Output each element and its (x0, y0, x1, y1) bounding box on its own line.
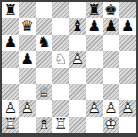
white-rook-piece: ♜♖ (54, 117, 67, 132)
black-pawn-piece: ♟ (121, 19, 134, 34)
black-rook-piece: ♜ (87, 3, 100, 18)
square-g2[interactable]: ♟♙ (103, 100, 120, 116)
square-e5[interactable]: ♟♙ (69, 51, 86, 67)
square-c1[interactable]: ♝♗ (36, 117, 53, 133)
square-e1[interactable] (69, 117, 86, 133)
white-pawn-piece: ♟♙ (71, 52, 84, 67)
black-king-piece: ♚ (104, 3, 117, 18)
white-king-piece: ♚♔ (104, 117, 117, 132)
square-b2[interactable]: ♟♙ (19, 100, 36, 116)
square-f7[interactable]: ♟ (86, 18, 103, 34)
square-e6[interactable] (69, 35, 86, 51)
square-c3[interactable]: ♛♕ (36, 84, 53, 100)
white-pawn-piece: ♟♙ (121, 101, 134, 116)
square-b6[interactable] (19, 35, 36, 51)
square-b5[interactable]: ♟ (19, 51, 36, 67)
square-b7[interactable]: ♛ (19, 18, 36, 34)
square-a7[interactable] (2, 18, 19, 34)
white-pawn-piece: ♟♙ (104, 101, 117, 116)
square-d3[interactable] (52, 84, 69, 100)
chess-board: ♜♜♚♛♝♟♟♟♟♞♟♞♘♟♙♛♕♟♙♟♙♟♙♟♙♟♙♜♖♝♗♜♖♚♔ (2, 2, 136, 133)
square-g8[interactable]: ♚ (103, 2, 120, 18)
black-queen-piece: ♛ (20, 19, 33, 34)
square-g1[interactable]: ♚♔ (103, 117, 120, 133)
square-b1[interactable] (19, 117, 36, 133)
square-b3[interactable] (19, 84, 36, 100)
square-h8[interactable] (119, 2, 136, 18)
black-pawn-piece: ♟ (87, 19, 100, 34)
square-a5[interactable] (2, 51, 19, 67)
square-d5[interactable]: ♞♘ (52, 51, 69, 67)
white-pawn-piece: ♟♙ (20, 101, 33, 116)
square-e7[interactable]: ♝ (69, 18, 86, 34)
square-d1[interactable]: ♜♖ (52, 117, 69, 133)
square-f1[interactable] (86, 117, 103, 133)
square-d7[interactable] (52, 18, 69, 34)
white-knight-piece: ♞♘ (54, 52, 67, 67)
white-pawn-piece: ♟♙ (87, 101, 100, 116)
black-pawn-piece: ♟ (4, 35, 17, 50)
square-g6[interactable] (103, 35, 120, 51)
square-g5[interactable] (103, 51, 120, 67)
white-rook-piece: ♜♖ (4, 117, 17, 132)
square-e4[interactable] (69, 68, 86, 84)
square-f5[interactable] (86, 51, 103, 67)
square-g3[interactable] (103, 84, 120, 100)
square-a2[interactable]: ♟♙ (2, 100, 19, 116)
white-bishop-piece: ♝♗ (37, 117, 50, 132)
square-d8[interactable] (52, 2, 69, 18)
square-e3[interactable] (69, 84, 86, 100)
square-f2[interactable]: ♟♙ (86, 100, 103, 116)
square-h2[interactable]: ♟♙ (119, 100, 136, 116)
square-f4[interactable] (86, 68, 103, 84)
square-b4[interactable] (19, 68, 36, 84)
square-a1[interactable]: ♜♖ (2, 117, 19, 133)
square-d2[interactable] (52, 100, 69, 116)
square-c7[interactable] (36, 18, 53, 34)
square-f8[interactable]: ♜ (86, 2, 103, 18)
square-a8[interactable]: ♜ (2, 2, 19, 18)
square-h5[interactable] (119, 51, 136, 67)
black-pawn-piece: ♟ (104, 19, 117, 34)
square-f6[interactable] (86, 35, 103, 51)
white-pawn-piece: ♟♙ (4, 101, 17, 116)
square-h3[interactable] (119, 84, 136, 100)
square-d4[interactable] (52, 68, 69, 84)
black-knight-piece: ♞ (37, 35, 50, 50)
black-pawn-piece: ♟ (20, 52, 33, 67)
square-b8[interactable] (19, 2, 36, 18)
square-d6[interactable] (52, 35, 69, 51)
square-c4[interactable] (36, 68, 53, 84)
square-a6[interactable]: ♟ (2, 35, 19, 51)
black-bishop-piece: ♝ (71, 19, 84, 34)
square-a4[interactable] (2, 68, 19, 84)
square-h7[interactable]: ♟ (119, 18, 136, 34)
black-rook-piece: ♜ (4, 3, 17, 18)
square-g7[interactable]: ♟ (103, 18, 120, 34)
square-a3[interactable] (2, 84, 19, 100)
square-c8[interactable] (36, 2, 53, 18)
square-h6[interactable] (119, 35, 136, 51)
white-queen-piece: ♛♕ (37, 85, 50, 100)
square-c6[interactable]: ♞ (36, 35, 53, 51)
square-e8[interactable] (69, 2, 86, 18)
square-c2[interactable] (36, 100, 53, 116)
square-f3[interactable] (86, 84, 103, 100)
square-e2[interactable] (69, 100, 86, 116)
square-c5[interactable] (36, 51, 53, 67)
square-h1[interactable] (119, 117, 136, 133)
chess-diagram-frame: ♜♜♚♛♝♟♟♟♟♞♟♞♘♟♙♛♕♟♙♟♙♟♙♟♙♟♙♜♖♝♗♜♖♚♔ (0, 0, 138, 137)
square-h4[interactable] (119, 68, 136, 84)
square-g4[interactable] (103, 68, 120, 84)
